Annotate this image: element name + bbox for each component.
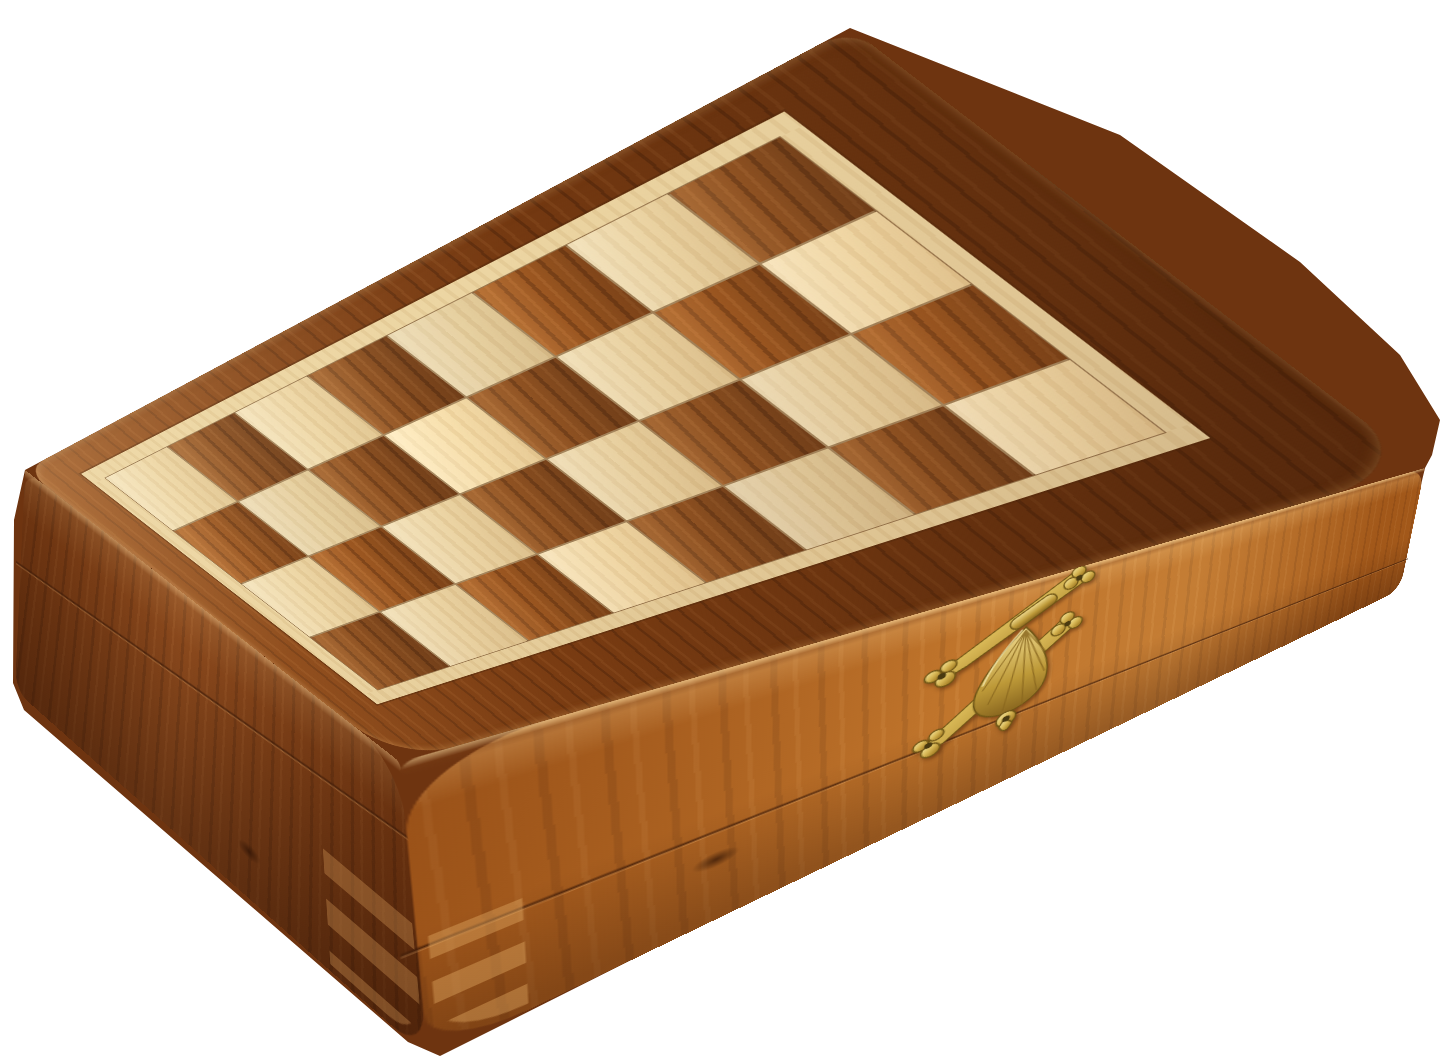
finger-joints: [323, 848, 424, 1047]
product-photo: [0, 0, 1445, 1064]
finger-joints: [428, 898, 528, 1046]
wood-knot: [238, 834, 261, 869]
latch-fan-flap: [970, 618, 1052, 745]
wood-knot: [692, 842, 740, 878]
